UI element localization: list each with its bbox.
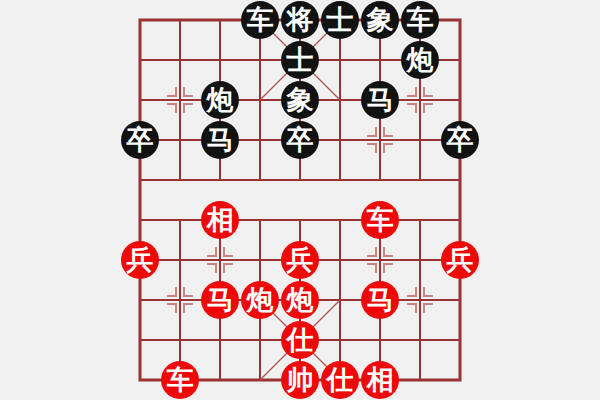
piece-red-soldier[interactable]: 兵 [281, 241, 319, 279]
piece-black-soldier[interactable]: 卒 [121, 121, 159, 159]
piece-black-elephant[interactable]: 象 [281, 81, 319, 119]
piece-red-advisor[interactable]: 仕 [281, 321, 319, 359]
piece-red-advisor[interactable]: 仕 [321, 361, 359, 399]
piece-black-chariot[interactable]: 车 [241, 1, 279, 39]
piece-black-soldier[interactable]: 卒 [441, 121, 479, 159]
piece-black-cannon[interactable]: 炮 [401, 41, 439, 79]
piece-red-cannon[interactable]: 炮 [281, 281, 319, 319]
piece-black-horse[interactable]: 马 [201, 121, 239, 159]
piece-black-elephant[interactable]: 象 [361, 1, 399, 39]
piece-red-soldier[interactable]: 兵 [121, 241, 159, 279]
piece-red-cannon[interactable]: 炮 [241, 281, 279, 319]
piece-red-chariot[interactable]: 车 [161, 361, 199, 399]
piece-red-horse[interactable]: 马 [201, 281, 239, 319]
piece-red-horse[interactable]: 马 [361, 281, 399, 319]
piece-red-elephant[interactable]: 相 [201, 201, 239, 239]
piece-black-soldier[interactable]: 卒 [281, 121, 319, 159]
piece-layer: 车将士象车士炮炮象马卒马卒卒相车兵兵兵马炮炮马仕车帅仕相 [120, 0, 480, 400]
piece-red-general[interactable]: 帅 [281, 361, 319, 399]
piece-black-cannon[interactable]: 炮 [201, 81, 239, 119]
xiangqi-board: 车将士象车士炮炮象马卒马卒卒相车兵兵兵马炮炮马仕车帅仕相 [0, 0, 600, 400]
piece-red-soldier[interactable]: 兵 [441, 241, 479, 279]
piece-red-elephant[interactable]: 相 [361, 361, 399, 399]
piece-black-general[interactable]: 将 [281, 1, 319, 39]
piece-black-advisor[interactable]: 士 [281, 41, 319, 79]
piece-black-horse[interactable]: 马 [361, 81, 399, 119]
piece-red-chariot[interactable]: 车 [361, 201, 399, 239]
piece-black-chariot[interactable]: 车 [401, 1, 439, 39]
piece-black-advisor[interactable]: 士 [321, 1, 359, 39]
